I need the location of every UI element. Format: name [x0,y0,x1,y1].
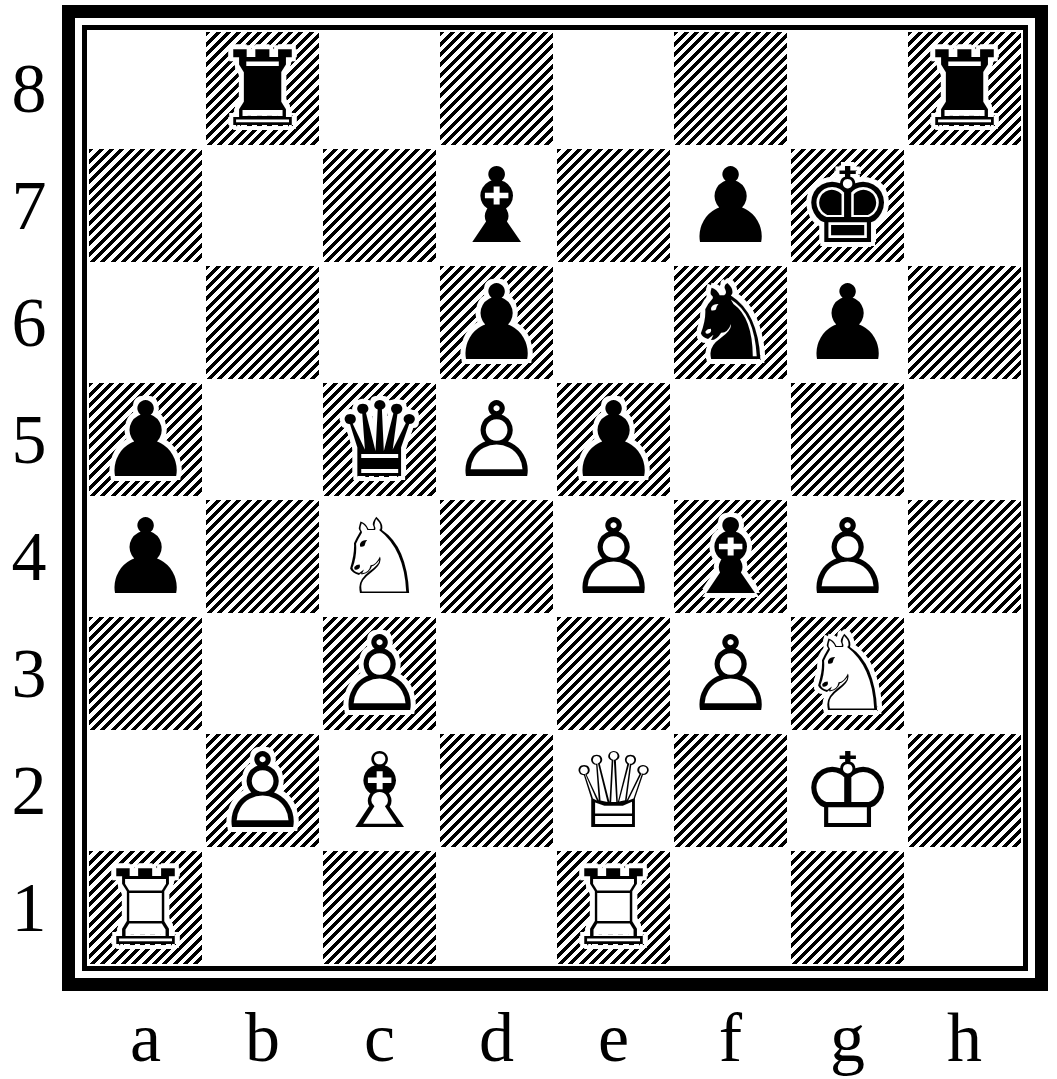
square-a7[interactable] [87,147,204,264]
piece-white-pawn[interactable]: ♟♙ [793,502,903,612]
square-h2[interactable] [906,732,1023,849]
piece-white-king[interactable]: ♚♔ [793,736,903,846]
square-b2[interactable]: ♟♙ [204,732,321,849]
square-h6[interactable] [906,264,1023,381]
piece-black-bishop[interactable]: ♝♝ [442,151,552,261]
file-label-f: f [672,1000,789,1076]
piece-black-knight[interactable]: ♞♞ [676,268,786,378]
square-f3[interactable]: ♟♙ [672,615,789,732]
square-c2[interactable]: ♝♗ [321,732,438,849]
piece-white-queen[interactable]: ♛♕ [559,736,669,846]
black-pawn-icon: ♟ [91,502,201,612]
board-frame: ♜♜♜♜♝♝♟♟♚♚♟♟♞♞♟♟♟♟♛♛♟♙♟♟♟♟♞♘♟♙♝♝♟♙♟♙♟♙♞♘… [62,5,1048,991]
square-b7[interactable] [204,147,321,264]
square-e8[interactable] [555,30,672,147]
square-d8[interactable] [438,30,555,147]
white-pawn-icon: ♙ [559,502,669,612]
piece-white-pawn[interactable]: ♟♙ [325,619,435,729]
square-c3[interactable]: ♟♙ [321,615,438,732]
black-queen-icon: ♛ [325,385,435,495]
board-inner-border: ♜♜♜♜♝♝♟♟♚♚♟♟♞♞♟♟♟♟♛♛♟♙♟♟♟♟♞♘♟♙♝♝♟♙♟♙♟♙♞♘… [82,25,1028,971]
square-g7[interactable]: ♚♚ [789,147,906,264]
black-rook-icon: ♜ [910,34,1020,144]
square-c8[interactable] [321,30,438,147]
piece-black-rook[interactable]: ♜♜ [910,34,1020,144]
square-f6[interactable]: ♞♞ [672,264,789,381]
black-king-icon: ♚ [793,151,903,261]
black-knight-icon: ♞ [676,268,786,378]
piece-white-rook[interactable]: ♜♖ [559,853,669,963]
square-e3[interactable] [555,615,672,732]
piece-white-rook[interactable]: ♜♖ [91,853,201,963]
square-c7[interactable] [321,147,438,264]
square-d6[interactable]: ♟♟ [438,264,555,381]
square-f1[interactable] [672,849,789,966]
black-pawn-icon: ♟ [676,151,786,261]
rank-label-6: 6 [0,264,58,381]
piece-white-pawn[interactable]: ♟♙ [676,619,786,729]
file-label-d: d [438,1000,555,1076]
square-h5[interactable] [906,381,1023,498]
square-f4[interactable]: ♝♝ [672,498,789,615]
piece-black-bishop[interactable]: ♝♝ [676,502,786,612]
rank-labels: 87654321 [0,30,58,966]
rank-label-1: 1 [0,849,58,966]
square-d4[interactable] [438,498,555,615]
square-e4[interactable]: ♟♙ [555,498,672,615]
piece-white-pawn[interactable]: ♟♙ [442,385,552,495]
square-a2[interactable] [87,732,204,849]
file-label-b: b [204,1000,321,1076]
square-b3[interactable] [204,615,321,732]
square-h8[interactable]: ♜♜ [906,30,1023,147]
piece-white-pawn[interactable]: ♟♙ [208,736,318,846]
white-queen-icon: ♕ [559,736,669,846]
piece-white-bishop[interactable]: ♝♗ [325,736,435,846]
piece-white-pawn[interactable]: ♟♙ [559,502,669,612]
piece-black-pawn[interactable]: ♟♟ [676,151,786,261]
square-f5[interactable] [672,381,789,498]
square-f8[interactable] [672,30,789,147]
square-e1[interactable]: ♜♖ [555,849,672,966]
black-bishop-icon: ♝ [442,151,552,261]
black-pawn-icon: ♟ [442,268,552,378]
black-rook-icon: ♜ [208,34,318,144]
white-rook-icon: ♖ [91,853,201,963]
square-h3[interactable] [906,615,1023,732]
rank-label-3: 3 [0,615,58,732]
rank-label-5: 5 [0,381,58,498]
rank-label-2: 2 [0,732,58,849]
file-label-a: a [87,1000,204,1076]
square-e6[interactable] [555,264,672,381]
rank-label-7: 7 [0,147,58,264]
file-label-e: e [555,1000,672,1076]
square-d1[interactable] [438,849,555,966]
black-bishop-icon: ♝ [676,502,786,612]
square-e7[interactable] [555,147,672,264]
square-d7[interactable]: ♝♝ [438,147,555,264]
chess-diagram: 87654321 ♜♜♜♜♝♝♟♟♚♚♟♟♞♞♟♟♟♟♛♛♟♙♟♟♟♟♞♘♟♙♝… [0,0,1057,1079]
white-knight-icon: ♘ [325,502,435,612]
square-g2[interactable]: ♚♔ [789,732,906,849]
square-c5[interactable]: ♛♛ [321,381,438,498]
square-c1[interactable] [321,849,438,966]
white-bishop-icon: ♗ [325,736,435,846]
square-g4[interactable]: ♟♙ [789,498,906,615]
piece-black-pawn[interactable]: ♟♟ [91,385,201,495]
white-pawn-icon: ♙ [676,619,786,729]
rank-label-8: 8 [0,30,58,147]
white-pawn-icon: ♙ [442,385,552,495]
piece-white-knight[interactable]: ♞♘ [793,619,903,729]
square-a8[interactable] [87,30,204,147]
piece-white-knight[interactable]: ♞♘ [325,502,435,612]
piece-black-pawn[interactable]: ♟♟ [793,268,903,378]
square-g3[interactable]: ♞♘ [789,615,906,732]
white-knight-icon: ♘ [793,619,903,729]
square-c6[interactable] [321,264,438,381]
file-label-g: g [789,1000,906,1076]
square-a6[interactable] [87,264,204,381]
board: ♜♜♜♜♝♝♟♟♚♚♟♟♞♞♟♟♟♟♛♛♟♙♟♟♟♟♞♘♟♙♝♝♟♙♟♙♟♙♞♘… [87,30,1023,966]
piece-black-king[interactable]: ♚♚ [793,151,903,261]
piece-black-pawn[interactable]: ♟♟ [91,502,201,612]
black-pawn-icon: ♟ [793,268,903,378]
rank-label-4: 4 [0,498,58,615]
white-pawn-icon: ♙ [325,619,435,729]
black-pawn-icon: ♟ [559,385,669,495]
square-g6[interactable]: ♟♟ [789,264,906,381]
square-d3[interactable] [438,615,555,732]
square-b6[interactable] [204,264,321,381]
square-c4[interactable]: ♞♘ [321,498,438,615]
square-g8[interactable] [789,30,906,147]
file-label-c: c [321,1000,438,1076]
square-h1[interactable] [906,849,1023,966]
square-e2[interactable]: ♛♕ [555,732,672,849]
square-h4[interactable] [906,498,1023,615]
piece-black-queen[interactable]: ♛♛ [325,385,435,495]
file-label-h: h [906,1000,1023,1076]
square-b1[interactable] [204,849,321,966]
square-g5[interactable] [789,381,906,498]
piece-black-pawn[interactable]: ♟♟ [559,385,669,495]
white-king-icon: ♔ [793,736,903,846]
white-pawn-icon: ♙ [793,502,903,612]
file-labels: abcdefgh [87,1000,1023,1076]
square-d2[interactable] [438,732,555,849]
square-a4[interactable]: ♟♟ [87,498,204,615]
square-b8[interactable]: ♜♜ [204,30,321,147]
square-h7[interactable] [906,147,1023,264]
square-f2[interactable] [672,732,789,849]
square-b5[interactable] [204,381,321,498]
square-g1[interactable] [789,849,906,966]
square-e5[interactable]: ♟♟ [555,381,672,498]
black-pawn-icon: ♟ [91,385,201,495]
square-a1[interactable]: ♜♖ [87,849,204,966]
square-a3[interactable] [87,615,204,732]
white-pawn-icon: ♙ [208,736,318,846]
square-b4[interactable] [204,498,321,615]
square-f7[interactable]: ♟♟ [672,147,789,264]
square-d5[interactable]: ♟♙ [438,381,555,498]
square-a5[interactable]: ♟♟ [87,381,204,498]
piece-black-rook[interactable]: ♜♜ [208,34,318,144]
white-rook-icon: ♖ [559,853,669,963]
piece-black-pawn[interactable]: ♟♟ [442,268,552,378]
